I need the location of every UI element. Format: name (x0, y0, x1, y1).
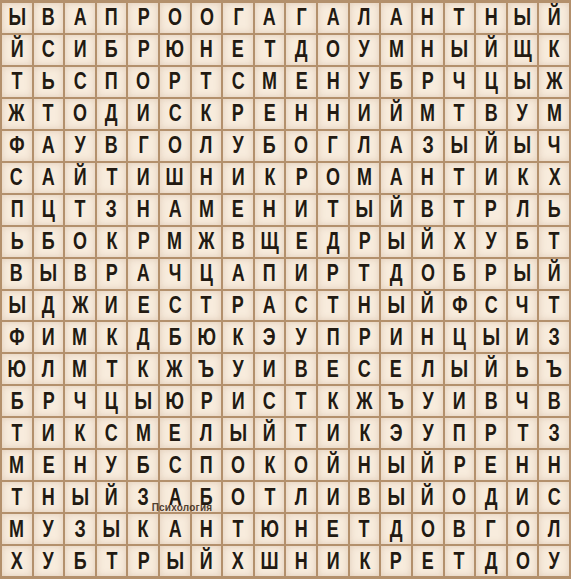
grid-cell-r8c10[interactable]: Е (286, 227, 316, 257)
grid-cell-r13c18[interactable]: В (539, 386, 569, 416)
grid-cell-r1c8[interactable]: Г (223, 3, 253, 33)
grid-cell-r11c15[interactable]: Ц (445, 322, 475, 352)
grid-cell-r8c8[interactable]: В (223, 227, 253, 257)
grid-cell-r2c3[interactable]: И (65, 35, 95, 65)
grid-cell-r5c17[interactable]: Ы (508, 131, 538, 161)
grid-cell-r10c3[interactable]: Ж (65, 291, 95, 321)
grid-cell-r10c11[interactable]: Т (318, 291, 348, 321)
grid-cell-r18c3[interactable]: Б (65, 546, 95, 576)
grid-cell-r18c8[interactable]: Х (223, 546, 253, 576)
grid-cell-r17c14[interactable]: О (413, 514, 443, 544)
grid-cell-r4c1[interactable]: Ж (2, 99, 32, 129)
grid-cell-r9c6[interactable]: Ч (160, 259, 190, 289)
grid-cell-r2c17[interactable]: Щ (508, 35, 538, 65)
grid-cell-r5c1[interactable]: Ф (2, 131, 32, 161)
grid-cell-r5c4[interactable]: В (97, 131, 127, 161)
grid-cell-r15c9[interactable]: К (255, 450, 285, 480)
grid-cell-r7c18[interactable]: Ь (539, 195, 569, 225)
grid-cell-r6c4[interactable]: Т (97, 163, 127, 193)
grid-cell-r8c17[interactable]: Б (508, 227, 538, 257)
grid-cell-r12c16[interactable]: Й (476, 354, 506, 384)
grid-cell-r9c14[interactable]: О (413, 259, 443, 289)
grid-cell-r5c12[interactable]: Л (350, 131, 380, 161)
grid-cell-r12c3[interactable]: М (65, 354, 95, 384)
grid-cell-r13c16[interactable]: В (476, 386, 506, 416)
grid-cell-r4c14[interactable]: М (413, 99, 443, 129)
grid-cell-r4c15[interactable]: Т (445, 99, 475, 129)
grid-cell-r18c1[interactable]: Х (2, 546, 32, 576)
grid-cell-r16c3[interactable]: Ы (65, 482, 95, 512)
grid-cell-r1c2[interactable]: В (34, 3, 64, 33)
grid-cell-r3c6[interactable]: Р (160, 67, 190, 97)
grid-cell-r10c17[interactable]: Ч (508, 291, 538, 321)
grid-cell-r2c10[interactable]: Д (286, 35, 316, 65)
grid-cell-r9c8[interactable]: А (223, 259, 253, 289)
grid-cell-r2c14[interactable]: Н (413, 35, 443, 65)
grid-cell-r11c13[interactable]: И (381, 322, 411, 352)
grid-cell-r7c9[interactable]: Н (255, 195, 285, 225)
grid-cell-r13c2[interactable]: Р (34, 386, 64, 416)
grid-cell-r4c16[interactable]: В (476, 99, 506, 129)
grid-cell-r8c9[interactable]: Щ (255, 227, 285, 257)
grid-cell-r2c7[interactable]: Н (192, 35, 222, 65)
grid-cell-r12c17[interactable]: Ь (508, 354, 538, 384)
grid-cell-r15c6[interactable]: С (160, 450, 190, 480)
grid-cell-r4c13[interactable]: Й (381, 99, 411, 129)
grid-cell-r7c6[interactable]: А (160, 195, 190, 225)
grid-cell-r11c17[interactable]: И (508, 322, 538, 352)
grid-cell-r6c18[interactable]: Х (539, 163, 569, 193)
grid-cell-r2c8[interactable]: Е (223, 35, 253, 65)
grid-cell-r10c4[interactable]: И (97, 291, 127, 321)
grid-cell-r8c6[interactable]: М (160, 227, 190, 257)
grid-cell-r10c5[interactable]: Е (128, 291, 158, 321)
grid-cell-r10c2[interactable]: Д (34, 291, 64, 321)
grid-cell-r1c14[interactable]: Н (413, 3, 443, 33)
grid-cell-r7c12[interactable]: Ы (350, 195, 380, 225)
grid-cell-r3c1[interactable]: Т (2, 67, 32, 97)
grid-cell-r3c14[interactable]: Р (413, 67, 443, 97)
grid-cell-r8c15[interactable]: Х (445, 227, 475, 257)
grid-cell-r13c15[interactable]: И (445, 386, 475, 416)
grid-cell-r11c7[interactable]: Ю (192, 322, 222, 352)
grid-cell-r17c11[interactable]: Е (318, 514, 348, 544)
grid-cell-r8c3[interactable]: О (65, 227, 95, 257)
grid-cell-r5c16[interactable]: Й (476, 131, 506, 161)
grid-cell-r17c5[interactable]: К (128, 514, 158, 544)
grid-cell-r4c8[interactable]: Р (223, 99, 253, 129)
grid-cell-r15c4[interactable]: У (97, 450, 127, 480)
grid-cell-r7c5[interactable]: Н (128, 195, 158, 225)
grid-cell-r3c2[interactable]: Ь (34, 67, 64, 97)
grid-cell-r8c7[interactable]: Ж (192, 227, 222, 257)
grid-cell-r5c18[interactable]: Ч (539, 131, 569, 161)
grid-cell-r10c16[interactable]: С (476, 291, 506, 321)
grid-cell-r3c8[interactable]: С (223, 67, 253, 97)
grid-cell-r10c6[interactable]: С (160, 291, 190, 321)
grid-cell-r14c13[interactable]: Э (381, 418, 411, 448)
grid-cell-r18c5[interactable]: Р (128, 546, 158, 576)
grid-cell-r1c3[interactable]: А (65, 3, 95, 33)
grid-cell-r11c11[interactable]: П (318, 322, 348, 352)
grid-cell-r6c7[interactable]: Н (192, 163, 222, 193)
grid-cell-r13c17[interactable]: Ч (508, 386, 538, 416)
grid-cell-r15c10[interactable]: О (286, 450, 316, 480)
grid-cell-r16c14[interactable]: Й (413, 482, 443, 512)
grid-cell-r16c11[interactable]: И (318, 482, 348, 512)
grid-cell-r6c12[interactable]: М (350, 163, 380, 193)
grid-cell-r16c18[interactable]: С (539, 482, 569, 512)
grid-cell-r11c16[interactable]: Ы (476, 322, 506, 352)
grid-cell-r11c2[interactable]: И (34, 322, 64, 352)
grid-cell-r6c11[interactable]: О (318, 163, 348, 193)
grid-cell-r14c15[interactable]: П (445, 418, 475, 448)
grid-cell-r15c12[interactable]: Н (350, 450, 380, 480)
grid-cell-r11c6[interactable]: Б (160, 322, 190, 352)
grid-cell-r13c13[interactable]: Ъ (381, 386, 411, 416)
grid-cell-r6c17[interactable]: К (508, 163, 538, 193)
grid-cell-r9c7[interactable]: Ц (192, 259, 222, 289)
grid-cell-r13c8[interactable]: И (223, 386, 253, 416)
grid-cell-r14c16[interactable]: Р (476, 418, 506, 448)
grid-cell-r17c17[interactable]: О (508, 514, 538, 544)
grid-cell-r8c5[interactable]: Р (128, 227, 158, 257)
grid-cell-r2c5[interactable]: Р (128, 35, 158, 65)
grid-cell-r14c5[interactable]: М (128, 418, 158, 448)
grid-cell-r12c15[interactable]: Ы (445, 354, 475, 384)
grid-cell-r11c3[interactable]: М (65, 322, 95, 352)
grid-cell-r17c18[interactable]: Л (539, 514, 569, 544)
grid-cell-r4c3[interactable]: О (65, 99, 95, 129)
grid-cell-r16c13[interactable]: Ы (381, 482, 411, 512)
grid-cell-r9c1[interactable]: В (2, 259, 32, 289)
grid-cell-r13c10[interactable]: Т (286, 386, 316, 416)
grid-cell-r11c18[interactable]: З (539, 322, 569, 352)
grid-cell-r14c12[interactable]: К (350, 418, 380, 448)
grid-cell-r15c5[interactable]: Б (128, 450, 158, 480)
grid-cell-r11c14[interactable]: Н (413, 322, 443, 352)
grid-cell-r17c6[interactable]: А (160, 514, 190, 544)
grid-cell-r15c7[interactable]: П (192, 450, 222, 480)
grid-cell-r1c15[interactable]: Т (445, 3, 475, 33)
grid-cell-r13c6[interactable]: Ю (160, 386, 190, 416)
grid-cell-r13c12[interactable]: Ж (350, 386, 380, 416)
grid-cell-r16c2[interactable]: Н (34, 482, 64, 512)
grid-cell-r10c18[interactable]: Т (539, 291, 569, 321)
grid-cell-r18c7[interactable]: Й (192, 546, 222, 576)
grid-cell-r9c2[interactable]: Ы (34, 259, 64, 289)
grid-cell-r12c11[interactable]: Е (318, 354, 348, 384)
grid-cell-r18c11[interactable]: И (318, 546, 348, 576)
grid-cell-r10c9[interactable]: А (255, 291, 285, 321)
grid-cell-r4c12[interactable]: И (350, 99, 380, 129)
grid-cell-r1c12[interactable]: Л (350, 3, 380, 33)
grid-cell-r15c17[interactable]: Н (508, 450, 538, 480)
grid-cell-r7c14[interactable]: В (413, 195, 443, 225)
grid-cell-r2c11[interactable]: О (318, 35, 348, 65)
grid-cell-r5c3[interactable]: У (65, 131, 95, 161)
grid-cell-r13c14[interactable]: У (413, 386, 443, 416)
grid-cell-r3c17[interactable]: Ы (508, 67, 538, 97)
grid-cell-r9c16[interactable]: Р (476, 259, 506, 289)
grid-cell-r11c5[interactable]: Д (128, 322, 158, 352)
grid-cell-r9c9[interactable]: П (255, 259, 285, 289)
grid-cell-r5c15[interactable]: Ы (445, 131, 475, 161)
grid-cell-r12c1[interactable]: Ю (2, 354, 32, 384)
grid-cell-r18c14[interactable]: Е (413, 546, 443, 576)
grid-cell-r3c4[interactable]: П (97, 67, 127, 97)
grid-cell-r4c6[interactable]: С (160, 99, 190, 129)
grid-cell-r8c11[interactable]: Д (318, 227, 348, 257)
grid-cell-r15c11[interactable]: Й (318, 450, 348, 480)
grid-cell-r6c10[interactable]: Р (286, 163, 316, 193)
grid-cell-r6c2[interactable]: А (34, 163, 64, 193)
grid-cell-r18c18[interactable]: У (539, 546, 569, 576)
grid-cell-r5c14[interactable]: З (413, 131, 443, 161)
grid-cell-r17c9[interactable]: Ю (255, 514, 285, 544)
grid-cell-r2c13[interactable]: М (381, 35, 411, 65)
grid-cell-r13c3[interactable]: Ч (65, 386, 95, 416)
grid-cell-r1c4[interactable]: П (97, 3, 127, 33)
grid-cell-r13c1[interactable]: Б (2, 386, 32, 416)
grid-cell-r8c13[interactable]: Ы (381, 227, 411, 257)
grid-cell-r2c12[interactable]: У (350, 35, 380, 65)
grid-cell-r7c10[interactable]: И (286, 195, 316, 225)
grid-cell-r18c15[interactable]: Т (445, 546, 475, 576)
grid-cell-r17c7[interactable]: Н (192, 514, 222, 544)
grid-cell-r2c18[interactable]: К (539, 35, 569, 65)
grid-cell-r17c8[interactable]: Т (223, 514, 253, 544)
grid-cell-r2c15[interactable]: Ы (445, 35, 475, 65)
grid-cell-r12c12[interactable]: С (350, 354, 380, 384)
grid-cell-r14c6[interactable]: Е (160, 418, 190, 448)
grid-cell-r7c1[interactable]: П (2, 195, 32, 225)
grid-cell-r5c8[interactable]: У (223, 131, 253, 161)
grid-cell-r18c6[interactable]: Ы (160, 546, 190, 576)
grid-cell-r12c9[interactable]: И (255, 354, 285, 384)
grid-cell-r5c2[interactable]: А (34, 131, 64, 161)
grid-cell-r7c16[interactable]: Р (476, 195, 506, 225)
grid-cell-r17c2[interactable]: У (34, 514, 64, 544)
grid-cell-r14c17[interactable]: Т (508, 418, 538, 448)
grid-cell-r17c1[interactable]: М (2, 514, 32, 544)
grid-cell-r16c4[interactable]: Й (97, 482, 127, 512)
grid-cell-r6c5[interactable]: И (128, 163, 158, 193)
grid-cell-r4c7[interactable]: К (192, 99, 222, 129)
grid-cell-r8c2[interactable]: Б (34, 227, 64, 257)
grid-cell-r16c9[interactable]: Т (255, 482, 285, 512)
grid-cell-r1c7[interactable]: О (192, 3, 222, 33)
grid-cell-r3c15[interactable]: Ч (445, 67, 475, 97)
grid-cell-r3c3[interactable]: С (65, 67, 95, 97)
grid-cell-r16c17[interactable]: И (508, 482, 538, 512)
grid-cell-r15c16[interactable]: Е (476, 450, 506, 480)
grid-cell-r2c1[interactable]: Й (2, 35, 32, 65)
grid-cell-r10c13[interactable]: Ы (381, 291, 411, 321)
grid-cell-r17c13[interactable]: Д (381, 514, 411, 544)
grid-cell-r12c10[interactable]: В (286, 354, 316, 384)
grid-cell-r3c11[interactable]: Н (318, 67, 348, 97)
grid-cell-r4c11[interactable]: Н (318, 99, 348, 129)
grid-cell-r4c10[interactable]: Н (286, 99, 316, 129)
grid-cell-r17c3[interactable]: З (65, 514, 95, 544)
grid-cell-r9c13[interactable]: Д (381, 259, 411, 289)
grid-cell-r13c4[interactable]: Ц (97, 386, 127, 416)
grid-cell-r2c16[interactable]: Й (476, 35, 506, 65)
grid-cell-r18c17[interactable]: О (508, 546, 538, 576)
grid-cell-r1c1[interactable]: Ы (2, 3, 32, 33)
grid-cell-r13c9[interactable]: С (255, 386, 285, 416)
grid-cell-r14c7[interactable]: Л (192, 418, 222, 448)
grid-cell-r11c9[interactable]: Э (255, 322, 285, 352)
grid-cell-r5c10[interactable]: О (286, 131, 316, 161)
grid-cell-r6c14[interactable]: Н (413, 163, 443, 193)
grid-cell-r15c1[interactable]: М (2, 450, 32, 480)
grid-cell-r2c9[interactable]: Т (255, 35, 285, 65)
grid-cell-r3c10[interactable]: Е (286, 67, 316, 97)
grid-cell-r15c15[interactable]: Р (445, 450, 475, 480)
grid-cell-r13c11[interactable]: К (318, 386, 348, 416)
grid-cell-r1c18[interactable]: Й (539, 3, 569, 33)
grid-cell-r1c11[interactable]: А (318, 3, 348, 33)
grid-cell-r18c2[interactable]: У (34, 546, 64, 576)
grid-cell-r13c5[interactable]: Ы (128, 386, 158, 416)
grid-cell-r3c9[interactable]: М (255, 67, 285, 97)
grid-cell-r7c15[interactable]: Т (445, 195, 475, 225)
grid-cell-r9c11[interactable]: Р (318, 259, 348, 289)
grid-cell-r18c16[interactable]: Д (476, 546, 506, 576)
grid-cell-r17c12[interactable]: Т (350, 514, 380, 544)
grid-cell-r1c6[interactable]: О (160, 3, 190, 33)
grid-cell-r11c1[interactable]: Ф (2, 322, 32, 352)
grid-cell-r18c12[interactable]: К (350, 546, 380, 576)
grid-cell-r3c5[interactable]: О (128, 67, 158, 97)
grid-cell-r7c2[interactable]: Ц (34, 195, 64, 225)
grid-cell-r6c8[interactable]: И (223, 163, 253, 193)
grid-cell-r15c3[interactable]: Н (65, 450, 95, 480)
grid-cell-r7c7[interactable]: М (192, 195, 222, 225)
grid-cell-r15c8[interactable]: О (223, 450, 253, 480)
grid-cell-r5c7[interactable]: Л (192, 131, 222, 161)
grid-cell-r10c1[interactable]: Ы (2, 291, 32, 321)
grid-cell-r2c6[interactable]: Ю (160, 35, 190, 65)
grid-cell-r1c9[interactable]: А (255, 3, 285, 33)
grid-cell-r16c1[interactable]: Т (2, 482, 32, 512)
grid-cell-r1c5[interactable]: Р (128, 3, 158, 33)
grid-cell-r4c4[interactable]: Д (97, 99, 127, 129)
grid-cell-r8c4[interactable]: К (97, 227, 127, 257)
grid-cell-r17c16[interactable]: Г (476, 514, 506, 544)
grid-cell-r15c18[interactable]: Н (539, 450, 569, 480)
grid-cell-r9c12[interactable]: Т (350, 259, 380, 289)
grid-cell-r15c2[interactable]: Е (34, 450, 64, 480)
grid-cell-r5c13[interactable]: А (381, 131, 411, 161)
grid-cell-r14c1[interactable]: Т (2, 418, 32, 448)
grid-cell-r14c8[interactable]: Ы (223, 418, 253, 448)
grid-cell-r14c4[interactable]: С (97, 418, 127, 448)
grid-cell-r2c4[interactable]: Б (97, 35, 127, 65)
grid-cell-r14c2[interactable]: И (34, 418, 64, 448)
grid-cell-r6c3[interactable]: Й (65, 163, 95, 193)
grid-cell-r14c9[interactable]: Й (255, 418, 285, 448)
grid-cell-r1c17[interactable]: Ы (508, 3, 538, 33)
grid-cell-r14c3[interactable]: К (65, 418, 95, 448)
grid-cell-r9c4[interactable]: Р (97, 259, 127, 289)
grid-cell-r10c14[interactable]: Й (413, 291, 443, 321)
grid-cell-r10c8[interactable]: Р (223, 291, 253, 321)
grid-cell-r18c9[interactable]: Ш (255, 546, 285, 576)
grid-cell-r4c2[interactable]: Т (34, 99, 64, 129)
grid-cell-r16c12[interactable]: В (350, 482, 380, 512)
grid-cell-r16c16[interactable]: Д (476, 482, 506, 512)
grid-cell-r8c14[interactable]: Й (413, 227, 443, 257)
grid-cell-r6c13[interactable]: А (381, 163, 411, 193)
grid-cell-r6c1[interactable]: С (2, 163, 32, 193)
grid-cell-r12c8[interactable]: У (223, 354, 253, 384)
grid-cell-r12c4[interactable]: Т (97, 354, 127, 384)
grid-cell-r8c18[interactable]: Т (539, 227, 569, 257)
grid-cell-r17c4[interactable]: Ы (97, 514, 127, 544)
grid-cell-r5c6[interactable]: О (160, 131, 190, 161)
grid-cell-r14c14[interactable]: У (413, 418, 443, 448)
grid-cell-r7c17[interactable]: Л (508, 195, 538, 225)
grid-cell-r12c18[interactable]: Ъ (539, 354, 569, 384)
grid-cell-r4c17[interactable]: У (508, 99, 538, 129)
grid-cell-r7c3[interactable]: Т (65, 195, 95, 225)
grid-cell-r12c13[interactable]: Е (381, 354, 411, 384)
grid-cell-r14c11[interactable]: И (318, 418, 348, 448)
grid-cell-r1c13[interactable]: А (381, 3, 411, 33)
grid-cell-r14c10[interactable]: Т (286, 418, 316, 448)
grid-cell-r6c15[interactable]: Т (445, 163, 475, 193)
grid-cell-r7c4[interactable]: З (97, 195, 127, 225)
grid-cell-r12c6[interactable]: Ж (160, 354, 190, 384)
grid-cell-r16c8[interactable]: О (223, 482, 253, 512)
grid-cell-r10c12[interactable]: Н (350, 291, 380, 321)
grid-cell-r3c13[interactable]: Б (381, 67, 411, 97)
grid-cell-r13c7[interactable]: Р (192, 386, 222, 416)
grid-cell-r11c10[interactable]: У (286, 322, 316, 352)
grid-cell-r18c13[interactable]: Р (381, 546, 411, 576)
grid-cell-r12c2[interactable]: Л (34, 354, 64, 384)
grid-cell-r2c2[interactable]: С (34, 35, 64, 65)
grid-cell-r12c7[interactable]: Ъ (192, 354, 222, 384)
grid-cell-r15c13[interactable]: Ы (381, 450, 411, 480)
grid-cell-r5c5[interactable]: Г (128, 131, 158, 161)
grid-cell-r17c10[interactable]: Н (286, 514, 316, 544)
grid-cell-r10c7[interactable]: Т (192, 291, 222, 321)
grid-cell-r3c16[interactable]: Ц (476, 67, 506, 97)
grid-cell-r6c6[interactable]: Ш (160, 163, 190, 193)
grid-cell-r8c1[interactable]: Ь (2, 227, 32, 257)
grid-cell-r16c10[interactable]: Л (286, 482, 316, 512)
grid-cell-r12c5[interactable]: К (128, 354, 158, 384)
grid-cell-r9c10[interactable]: И (286, 259, 316, 289)
grid-cell-r6c16[interactable]: И (476, 163, 506, 193)
grid-cell-r7c8[interactable]: Е (223, 195, 253, 225)
grid-cell-r12c14[interactable]: Л (413, 354, 443, 384)
grid-cell-r5c9[interactable]: Б (255, 131, 285, 161)
grid-cell-r10c10[interactable]: С (286, 291, 316, 321)
grid-cell-r15c14[interactable]: Й (413, 450, 443, 480)
grid-cell-r9c3[interactable]: В (65, 259, 95, 289)
grid-cell-r7c13[interactable]: Й (381, 195, 411, 225)
grid-cell-r1c10[interactable]: Г (286, 3, 316, 33)
grid-cell-r3c7[interactable]: Т (192, 67, 222, 97)
grid-cell-r16c15[interactable]: О (445, 482, 475, 512)
grid-cell-r1c16[interactable]: Н (476, 3, 506, 33)
grid-cell-r4c9[interactable]: Е (255, 99, 285, 129)
